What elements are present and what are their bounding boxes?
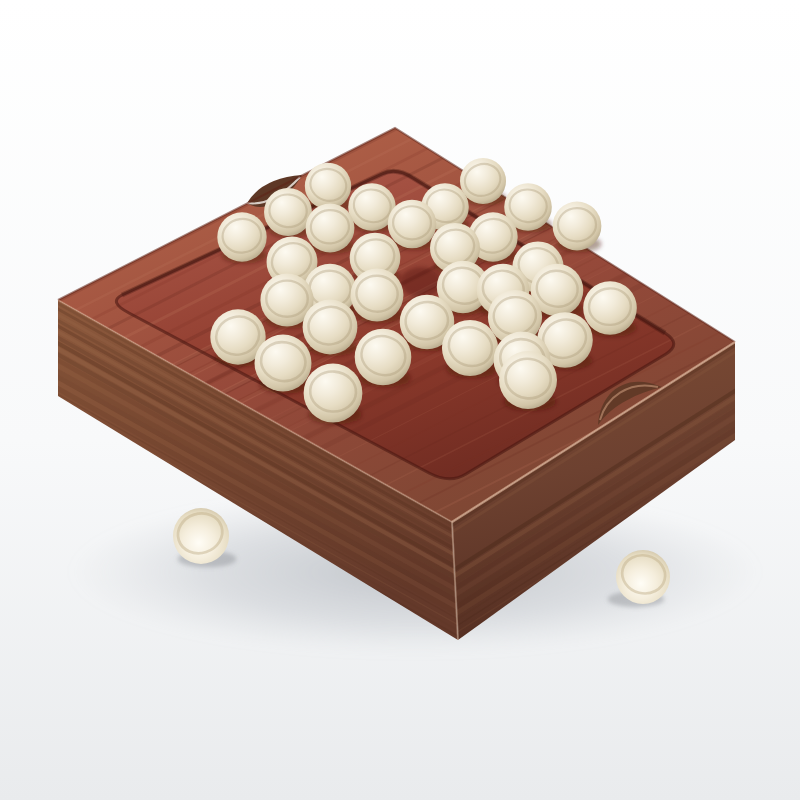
product-photo-stage: [0, 0, 800, 800]
loose-marble[interactable]: [616, 550, 670, 604]
marble-solitaire-scene: [0, 0, 800, 800]
empty-hole: [400, 267, 442, 297]
